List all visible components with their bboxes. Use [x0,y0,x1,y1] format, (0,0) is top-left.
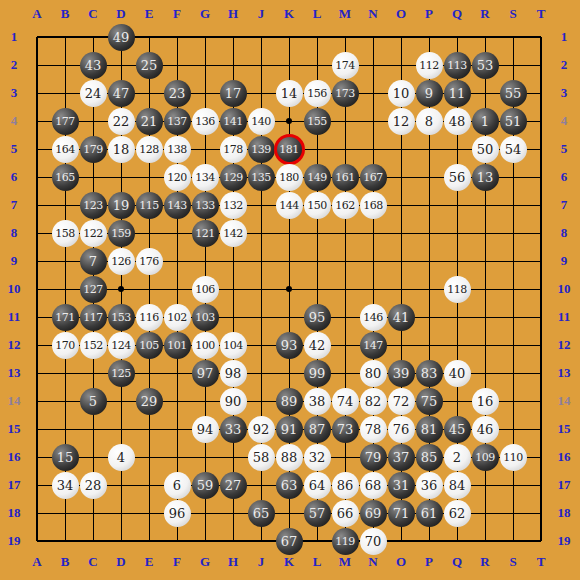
stone: 98 [220,360,247,387]
move-number: 168 [363,199,383,212]
stone: 140 [248,108,275,135]
move-number: 75 [421,394,438,409]
move-number: 12 [393,114,410,129]
move-number: 46 [477,422,494,437]
move-number: 143 [167,199,187,212]
stone: 82 [360,388,387,415]
stone: 180 [276,164,303,191]
stone: 59 [192,472,219,499]
stone: 2 [444,444,471,471]
move-number: 72 [393,394,410,409]
move-number: 121 [195,227,215,240]
move-number: 174 [335,59,355,72]
move-number: 80 [365,366,382,381]
move-number: 41 [393,310,410,325]
stone: 70 [360,528,387,555]
move-number: 24 [85,86,102,101]
move-number: 63 [281,478,298,493]
move-number: 150 [307,199,327,212]
stone: 158 [52,220,79,247]
move-number: 149 [307,171,327,184]
move-number: 61 [421,506,438,521]
move-number: 21 [141,114,158,129]
stone: 4 [108,444,135,471]
move-number: 25 [141,58,158,73]
stone: 137 [164,108,191,135]
stone: 112 [416,52,443,79]
stone: 144 [276,192,303,219]
stone: 43 [80,52,107,79]
stone: 96 [164,500,191,527]
stone: 129 [220,164,247,191]
stone: 32 [304,444,331,471]
move-number: 2 [453,450,461,465]
move-number: 120 [167,171,187,184]
stone: 68 [360,472,387,499]
stone: 6 [164,472,191,499]
stone: 42 [304,332,331,359]
stone: 33 [220,416,247,443]
move-number: 135 [251,171,271,184]
stone: 90 [220,388,247,415]
move-number: 86 [337,478,354,493]
move-number: 45 [449,422,466,437]
stone: 21 [136,108,163,135]
stone: 99 [304,360,331,387]
stone: 97 [192,360,219,387]
stone: 8 [416,108,443,135]
stone: 124 [108,332,135,359]
stone: 58 [248,444,275,471]
stone: 109 [472,444,499,471]
stone: 119 [332,528,359,555]
move-number: 136 [195,115,215,128]
stone: 153 [108,304,135,331]
stone: 80 [360,360,387,387]
move-number: 112 [419,59,439,72]
move-number: 32 [309,450,326,465]
stone: 9 [416,80,443,107]
move-number: 115 [139,199,159,212]
stone: 152 [80,332,107,359]
stone: 1 [472,108,499,135]
move-number: 88 [281,450,298,465]
stone: 147 [360,332,387,359]
stone: 76 [388,416,415,443]
move-number: 91 [281,422,298,437]
stone: 54 [500,136,527,163]
move-number: 141 [223,115,243,128]
stone: 125 [108,360,135,387]
stone: 120 [164,164,191,191]
move-number: 173 [335,87,355,100]
stone: 87 [304,416,331,443]
move-number: 93 [281,338,298,353]
move-number: 51 [505,114,522,129]
stone: 104 [220,332,247,359]
stone: 162 [332,192,359,219]
stone: 174 [332,52,359,79]
move-number: 156 [307,87,327,100]
move-number: 11 [449,86,466,101]
move-number: 65 [253,506,270,521]
move-number: 144 [279,199,299,212]
move-number: 94 [197,422,214,437]
stone: 57 [304,500,331,527]
move-number: 18 [113,142,130,157]
stone: 170 [52,332,79,359]
move-number: 76 [393,422,410,437]
move-number: 129 [223,171,243,184]
move-number: 123 [83,199,103,212]
stone: 11 [444,80,471,107]
stone: 141 [220,108,247,135]
move-number: 10 [393,86,410,101]
move-number: 134 [195,171,215,184]
move-number: 36 [421,478,438,493]
stone: 15 [52,444,79,471]
move-number: 128 [139,143,159,156]
move-number: 100 [195,339,215,352]
move-number: 139 [251,143,271,156]
move-number: 181 [279,143,299,156]
stone: 19 [108,192,135,219]
stone: 179 [80,136,107,163]
move-number: 85 [421,450,438,465]
move-number: 74 [337,394,354,409]
stone: 66 [332,500,359,527]
move-number: 109 [475,451,495,464]
stone: 176 [136,248,163,275]
move-number: 147 [363,339,383,352]
stone: 177 [52,108,79,135]
move-number: 104 [223,339,243,352]
move-number: 31 [393,478,410,493]
stone: 159 [108,220,135,247]
move-number: 155 [307,115,327,128]
move-number: 140 [251,115,271,128]
stone: 116 [136,304,163,331]
move-number: 103 [195,311,215,324]
move-number: 5 [89,394,97,409]
stone: 37 [388,444,415,471]
move-number: 14 [281,86,298,101]
move-number: 23 [169,86,186,101]
move-number: 9 [425,86,433,101]
stone: 13 [472,164,499,191]
move-number: 90 [225,394,242,409]
stone: 41 [388,304,415,331]
stone: 7 [80,248,107,275]
stone: 105 [136,332,163,359]
move-number: 47 [113,86,130,101]
stone: 128 [136,136,163,163]
move-number: 83 [421,366,438,381]
stone: 118 [444,276,471,303]
move-number: 106 [195,283,215,296]
stone: 10 [388,80,415,107]
move-number: 177 [55,115,75,128]
stone: 51 [500,108,527,135]
stone: 46 [472,416,499,443]
move-number: 64 [309,478,326,493]
stone: 121 [192,220,219,247]
stone: 91 [276,416,303,443]
stone: 143 [164,192,191,219]
stone: 23 [164,80,191,107]
move-number: 8 [425,114,433,129]
move-number: 161 [335,171,355,184]
stone: 38 [304,388,331,415]
move-number: 101 [167,339,187,352]
stone: 64 [304,472,331,499]
stone: 168 [360,192,387,219]
move-number: 71 [393,506,410,521]
stone: 18 [108,136,135,163]
move-number: 57 [309,506,326,521]
stone: 83 [416,360,443,387]
stone: 39 [388,360,415,387]
move-number: 110 [503,451,523,464]
stone: 138 [164,136,191,163]
stone: 16 [472,388,499,415]
stone: 27 [220,472,247,499]
stone: 156 [304,80,331,107]
move-number: 126 [111,255,131,268]
stone: 12 [388,108,415,135]
stone: 113 [444,52,471,79]
stone: 72 [388,388,415,415]
move-number: 54 [505,142,522,157]
move-number: 13 [477,170,494,185]
move-number: 78 [365,422,382,437]
move-number: 62 [449,506,466,521]
move-number: 124 [111,339,131,352]
move-number: 95 [309,310,326,325]
stone: 173 [332,80,359,107]
stone: 101 [164,332,191,359]
move-number: 158 [55,227,75,240]
stone-last-move: 181 [276,136,303,163]
move-number: 4 [117,450,125,465]
stone: 127 [80,276,107,303]
move-number: 70 [365,534,382,549]
move-number: 56 [449,170,466,185]
stone: 89 [276,388,303,415]
move-number: 34 [57,478,74,493]
move-number: 176 [139,255,159,268]
stone: 100 [192,332,219,359]
stone: 178 [220,136,247,163]
stone: 28 [80,472,107,499]
stone: 126 [108,248,135,275]
stone: 88 [276,444,303,471]
stone: 164 [52,136,79,163]
move-number: 1 [481,114,489,129]
move-number: 81 [421,422,438,437]
move-number: 159 [111,227,131,240]
stone: 45 [444,416,471,443]
stone: 92 [248,416,275,443]
stone: 40 [444,360,471,387]
stone: 103 [192,304,219,331]
stone: 14 [276,80,303,107]
move-number: 15 [57,450,74,465]
move-number: 17 [225,86,242,101]
move-number: 99 [309,366,326,381]
stone: 115 [136,192,163,219]
stone: 85 [416,444,443,471]
stone: 36 [416,472,443,499]
move-number: 84 [449,478,466,493]
move-number: 179 [83,143,103,156]
move-number: 16 [477,394,494,409]
move-number: 98 [225,366,242,381]
move-number: 178 [223,143,243,156]
stone: 95 [304,304,331,331]
move-number: 162 [335,199,355,212]
move-number: 29 [141,394,158,409]
move-number: 167 [363,171,383,184]
stone: 133 [192,192,219,219]
stone: 65 [248,500,275,527]
move-number: 164 [55,143,75,156]
stone: 146 [360,304,387,331]
stone: 134 [192,164,219,191]
stone: 74 [332,388,359,415]
move-number: 6 [173,478,181,493]
move-number: 152 [83,339,103,352]
move-number: 40 [449,366,466,381]
move-number: 113 [447,59,467,72]
stone: 29 [136,388,163,415]
stone: 94 [192,416,219,443]
stone: 25 [136,52,163,79]
move-number: 119 [335,535,355,548]
stone: 48 [444,108,471,135]
move-number: 97 [197,366,214,381]
move-number: 58 [253,450,270,465]
stone: 122 [80,220,107,247]
stone: 34 [52,472,79,499]
move-number: 180 [279,171,299,184]
move-number: 55 [505,86,522,101]
stone: 73 [332,416,359,443]
stone: 69 [360,500,387,527]
stone: 5 [80,388,107,415]
move-number: 73 [337,422,354,437]
stone: 106 [192,276,219,303]
stone: 135 [248,164,275,191]
go-board-surface[interactable]: 4943251741121135324472317141561731091155… [23,23,555,555]
stone: 117 [80,304,107,331]
move-number: 69 [365,506,382,521]
move-number: 68 [365,478,382,493]
stone: 56 [444,164,471,191]
stone: 142 [220,220,247,247]
stone: 75 [416,388,443,415]
stone: 50 [472,136,499,163]
move-number: 89 [281,394,298,409]
move-number: 87 [309,422,326,437]
move-number: 116 [139,311,159,324]
move-number: 146 [363,311,383,324]
move-number: 42 [309,338,326,353]
move-number: 19 [113,198,130,213]
move-number: 79 [365,450,382,465]
move-number: 171 [55,311,75,324]
move-number: 66 [337,506,354,521]
stone: 155 [304,108,331,135]
stone: 171 [52,304,79,331]
move-number: 38 [309,394,326,409]
stone: 55 [500,80,527,107]
move-number: 48 [449,114,466,129]
stone: 165 [52,164,79,191]
stone: 61 [416,500,443,527]
stone: 71 [388,500,415,527]
stone: 31 [388,472,415,499]
stone: 110 [500,444,527,471]
move-number: 33 [225,422,242,437]
move-number: 117 [83,311,103,324]
move-number: 39 [393,366,410,381]
move-number: 49 [113,30,130,45]
move-number: 92 [253,422,270,437]
stone: 123 [80,192,107,219]
stone: 161 [332,164,359,191]
stone: 86 [332,472,359,499]
stone: 17 [220,80,247,107]
move-number: 50 [477,142,494,157]
move-number: 142 [223,227,243,240]
move-number: 27 [225,478,242,493]
move-number: 37 [393,450,410,465]
move-number: 122 [83,227,103,240]
move-number: 7 [89,254,97,269]
move-number: 170 [55,339,75,352]
stone: 49 [108,24,135,51]
stone: 63 [276,472,303,499]
move-number: 67 [281,534,298,549]
stone: 81 [416,416,443,443]
move-number: 43 [85,58,102,73]
move-number: 53 [477,58,494,73]
stone: 62 [444,500,471,527]
move-number: 165 [55,171,75,184]
move-number: 132 [223,199,243,212]
stone: 139 [248,136,275,163]
stone: 22 [108,108,135,135]
move-number: 137 [167,115,187,128]
stone: 149 [304,164,331,191]
move-number: 105 [139,339,159,352]
move-number: 125 [111,367,131,380]
stone: 53 [472,52,499,79]
move-number: 96 [169,506,186,521]
stone: 167 [360,164,387,191]
stone: 47 [108,80,135,107]
stone: 84 [444,472,471,499]
move-number: 82 [365,394,382,409]
stone: 132 [220,192,247,219]
move-number: 127 [83,283,103,296]
move-number: 118 [447,283,467,296]
go-board: ABCDEFGHJKLMNOPQRST ABCDEFGHJKLMNOPQRST … [0,0,580,580]
stone: 102 [164,304,191,331]
stone: 150 [304,192,331,219]
move-number: 153 [111,311,131,324]
